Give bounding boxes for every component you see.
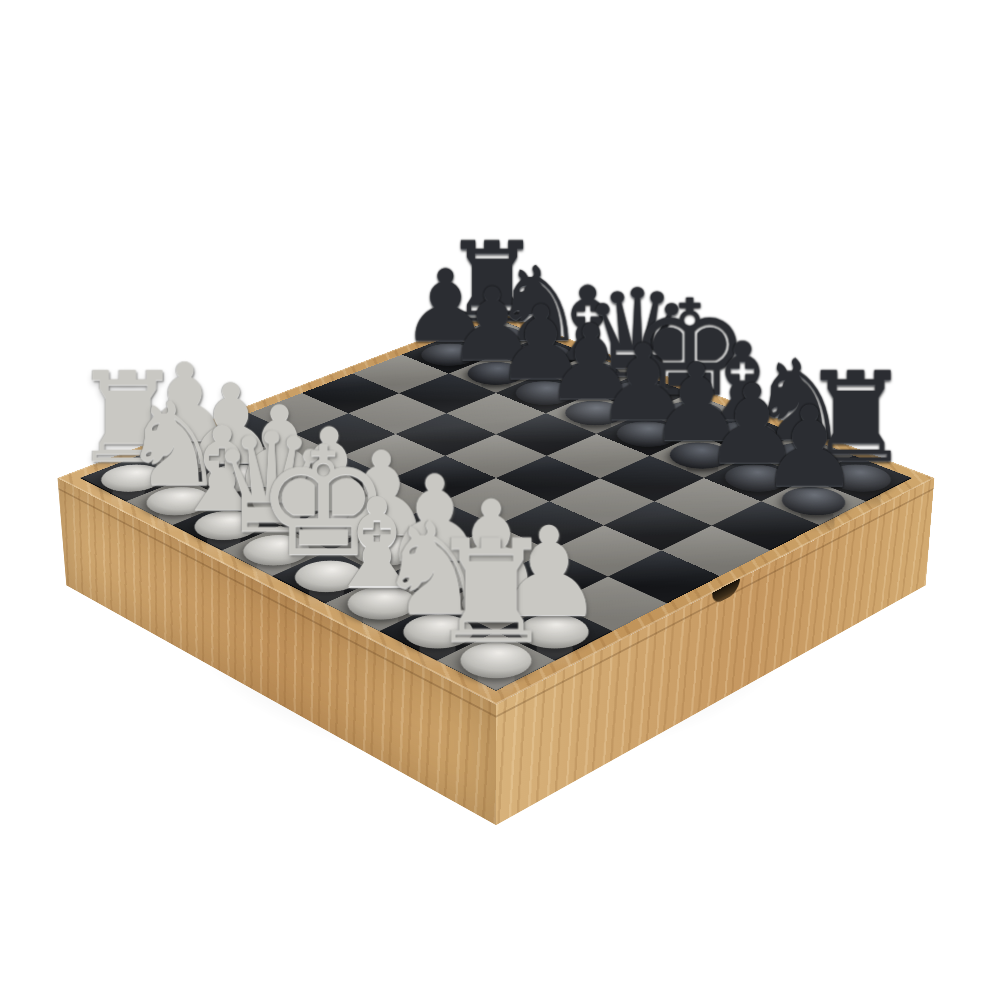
black-pawn[interactable]: ♟ — [728, 391, 891, 503]
perspective-wrapper: ♜♞♝♛♚♝♞♜♟♟♟♟♟♟♟♟♟♟♟♟♟♟♟♟♜♞♝♛♚♝♞♜ — [186, 168, 806, 788]
drawer-notch[interactable] — [711, 577, 740, 606]
chess-box: ♜♞♝♛♚♝♞♜♟♟♟♟♟♟♟♟♟♟♟♟♟♟♟♟♜♞♝♛♚♝♞♜ — [58, 311, 935, 704]
white-rook[interactable]: ♜ — [399, 521, 582, 663]
product-photo-scene: ♜♞♝♛♚♝♞♜♟♟♟♟♟♟♟♟♟♟♟♟♟♟♟♟♜♞♝♛♚♝♞♜ — [0, 0, 992, 992]
